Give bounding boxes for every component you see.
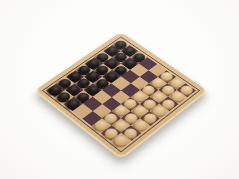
checkers-board xyxy=(34,32,208,160)
board-inset-line xyxy=(42,36,200,152)
playing-grid xyxy=(46,39,196,149)
camera-scene xyxy=(0,0,239,179)
photo-stage xyxy=(0,0,239,179)
